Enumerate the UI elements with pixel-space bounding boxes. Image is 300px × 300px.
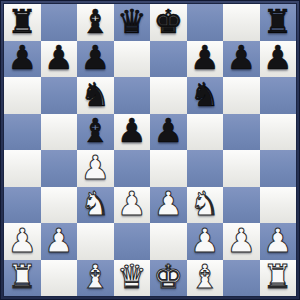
square-c7[interactable]: ♟ [77,41,114,78]
square-d2[interactable] [114,223,151,260]
piece-white-knight[interactable]: ♞ [80,187,110,220]
square-b5[interactable] [41,114,78,151]
square-c3[interactable]: ♞ [77,187,114,224]
piece-black-knight[interactable]: ♞ [80,78,110,111]
square-f8[interactable] [187,4,224,41]
square-a6[interactable] [4,77,41,114]
piece-black-knight[interactable]: ♞ [190,78,220,111]
square-h3[interactable] [260,187,297,224]
piece-white-king[interactable]: ♚ [153,260,183,293]
square-g8[interactable] [223,4,260,41]
square-c4[interactable]: ♟ [77,150,114,187]
piece-black-bishop[interactable]: ♝ [80,114,110,147]
square-c1[interactable]: ♝ [77,260,114,297]
square-a8[interactable]: ♜ [4,4,41,41]
square-g7[interactable]: ♟ [223,41,260,78]
piece-black-pawn[interactable]: ♟ [80,41,110,74]
piece-white-pawn[interactable]: ♟ [80,151,110,184]
square-h5[interactable] [260,114,297,151]
square-e5[interactable]: ♟ [150,114,187,151]
square-f7[interactable]: ♟ [187,41,224,78]
chess-board: ♜♝♛♚♜♟♟♟♟♟♟♞♞♝♟♟♟♞♟♟♞♟♟♟♟♟♜♝♛♚♝♜ [4,4,296,296]
square-f3[interactable]: ♞ [187,187,224,224]
piece-black-bishop[interactable]: ♝ [80,5,110,38]
square-b7[interactable]: ♟ [41,41,78,78]
square-a7[interactable]: ♟ [4,41,41,78]
piece-white-queen[interactable]: ♛ [117,260,147,293]
piece-white-bishop[interactable]: ♝ [80,260,110,293]
square-g1[interactable] [223,260,260,297]
piece-white-rook[interactable]: ♜ [263,260,293,293]
square-d1[interactable]: ♛ [114,260,151,297]
piece-white-rook[interactable]: ♜ [7,260,37,293]
square-c8[interactable]: ♝ [77,4,114,41]
square-e2[interactable] [150,223,187,260]
square-d8[interactable]: ♛ [114,4,151,41]
piece-white-bishop[interactable]: ♝ [190,260,220,293]
piece-white-pawn[interactable]: ♟ [44,224,74,257]
piece-white-pawn[interactable]: ♟ [153,187,183,220]
piece-black-pawn[interactable]: ♟ [263,41,293,74]
square-f2[interactable]: ♟ [187,223,224,260]
square-b6[interactable] [41,77,78,114]
square-e6[interactable] [150,77,187,114]
piece-black-rook[interactable]: ♜ [7,5,37,38]
board-frame: ♜♝♛♚♜♟♟♟♟♟♟♞♞♝♟♟♟♞♟♟♞♟♟♟♟♟♜♝♛♚♝♜ [0,0,300,300]
square-h2[interactable]: ♟ [260,223,297,260]
square-b2[interactable]: ♟ [41,223,78,260]
square-b1[interactable] [41,260,78,297]
square-f1[interactable]: ♝ [187,260,224,297]
square-d6[interactable] [114,77,151,114]
square-a4[interactable] [4,150,41,187]
square-f5[interactable] [187,114,224,151]
square-a5[interactable] [4,114,41,151]
piece-white-pawn[interactable]: ♟ [226,224,256,257]
piece-black-pawn[interactable]: ♟ [153,114,183,147]
square-b4[interactable] [41,150,78,187]
square-d7[interactable] [114,41,151,78]
square-g4[interactable] [223,150,260,187]
square-a3[interactable] [4,187,41,224]
piece-white-pawn[interactable]: ♟ [263,224,293,257]
piece-black-rook[interactable]: ♜ [263,5,293,38]
square-e8[interactable]: ♚ [150,4,187,41]
square-d4[interactable] [114,150,151,187]
square-b8[interactable] [41,4,78,41]
square-g6[interactable] [223,77,260,114]
square-e4[interactable] [150,150,187,187]
piece-black-king[interactable]: ♚ [153,5,183,38]
square-a1[interactable]: ♜ [4,260,41,297]
square-g3[interactable] [223,187,260,224]
square-d5[interactable]: ♟ [114,114,151,151]
square-h1[interactable]: ♜ [260,260,297,297]
piece-black-pawn[interactable]: ♟ [226,41,256,74]
piece-black-queen[interactable]: ♛ [117,5,147,38]
piece-black-pawn[interactable]: ♟ [117,114,147,147]
square-a2[interactable]: ♟ [4,223,41,260]
piece-black-pawn[interactable]: ♟ [44,41,74,74]
square-c5[interactable]: ♝ [77,114,114,151]
piece-black-pawn[interactable]: ♟ [7,41,37,74]
square-e3[interactable]: ♟ [150,187,187,224]
square-c6[interactable]: ♞ [77,77,114,114]
square-g2[interactable]: ♟ [223,223,260,260]
square-h7[interactable]: ♟ [260,41,297,78]
square-h6[interactable] [260,77,297,114]
piece-white-pawn[interactable]: ♟ [190,224,220,257]
square-f6[interactable]: ♞ [187,77,224,114]
square-e1[interactable]: ♚ [150,260,187,297]
piece-black-pawn[interactable]: ♟ [190,41,220,74]
square-h8[interactable]: ♜ [260,4,297,41]
square-f4[interactable] [187,150,224,187]
square-b3[interactable] [41,187,78,224]
square-c2[interactable] [77,223,114,260]
square-h4[interactable] [260,150,297,187]
square-g5[interactable] [223,114,260,151]
piece-white-knight[interactable]: ♞ [190,187,220,220]
piece-white-pawn[interactable]: ♟ [7,224,37,257]
piece-white-pawn[interactable]: ♟ [117,187,147,220]
square-e7[interactable] [150,41,187,78]
square-d3[interactable]: ♟ [114,187,151,224]
